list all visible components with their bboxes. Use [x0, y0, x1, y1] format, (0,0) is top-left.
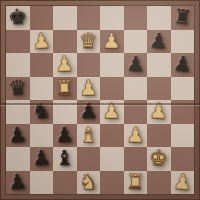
square-h1[interactable]: ♟: [171, 171, 195, 195]
square-b4[interactable]: ♞: [30, 100, 54, 124]
square-b5[interactable]: [30, 77, 54, 101]
square-c6[interactable]: ♟: [53, 53, 77, 77]
black-king[interactable]: ♚: [7, 6, 28, 29]
square-a6[interactable]: [6, 53, 30, 77]
square-d4[interactable]: ♟: [77, 100, 101, 124]
square-g7[interactable]: ♟: [147, 30, 171, 54]
white-pawn[interactable]: ♟: [149, 101, 169, 123]
black-queen[interactable]: ♛: [7, 77, 28, 100]
square-h5[interactable]: [171, 77, 195, 101]
black-pawn[interactable]: ♟: [7, 171, 28, 194]
white-knight[interactable]: ♞: [79, 172, 98, 193]
square-a1[interactable]: ♟: [6, 171, 30, 195]
square-g1[interactable]: [147, 171, 171, 195]
square-a4[interactable]: [6, 100, 30, 124]
white-rook[interactable]: ♜: [125, 171, 145, 193]
square-f8[interactable]: [124, 6, 148, 30]
square-c8[interactable]: [53, 6, 77, 30]
chess-board: ♚♜♟♛♟♟♟♟♟♛♜♟♞♟♟♟♟♟♝♟♟♝♚♟♞♜♟: [6, 6, 194, 194]
square-g2[interactable]: ♚: [147, 147, 171, 171]
square-e8[interactable]: [100, 6, 124, 30]
square-a7[interactable]: [6, 30, 30, 54]
square-e3[interactable]: [100, 124, 124, 148]
white-pawn[interactable]: ♟: [55, 54, 75, 76]
black-pawn[interactable]: ♟: [149, 30, 169, 52]
square-d5[interactable]: ♟: [77, 77, 101, 101]
white-bishop[interactable]: ♝: [79, 125, 98, 146]
square-d6[interactable]: [77, 53, 101, 77]
black-pawn[interactable]: ♟: [7, 124, 28, 147]
square-a8[interactable]: ♚: [6, 6, 30, 30]
square-a5[interactable]: ♛: [6, 77, 30, 101]
square-b1[interactable]: [30, 171, 54, 195]
square-g5[interactable]: [147, 77, 171, 101]
black-pawn[interactable]: ♟: [79, 101, 98, 122]
white-pawn[interactable]: ♟: [102, 31, 121, 52]
white-pawn[interactable]: ♟: [31, 30, 51, 52]
black-knight[interactable]: ♞: [31, 101, 51, 123]
square-h8[interactable]: ♜: [171, 6, 195, 30]
black-pawn[interactable]: ♟: [172, 53, 193, 76]
square-a3[interactable]: ♟: [6, 124, 30, 148]
white-pawn[interactable]: ♟: [102, 101, 121, 122]
white-rook[interactable]: ♜: [55, 77, 75, 99]
square-g4[interactable]: ♟: [147, 100, 171, 124]
square-e7[interactable]: ♟: [100, 30, 124, 54]
square-e1[interactable]: [100, 171, 124, 195]
square-c1[interactable]: [53, 171, 77, 195]
square-g8[interactable]: [147, 6, 171, 30]
square-g6[interactable]: [147, 53, 171, 77]
square-d3[interactable]: ♝: [77, 124, 101, 148]
square-b6[interactable]: [30, 53, 54, 77]
black-pawn[interactable]: ♟: [31, 148, 51, 170]
square-d2[interactable]: [77, 147, 101, 171]
square-b8[interactable]: [30, 6, 54, 30]
square-f7[interactable]: [124, 30, 148, 54]
square-g3[interactable]: [147, 124, 171, 148]
square-h4[interactable]: [171, 100, 195, 124]
white-queen[interactable]: ♛: [79, 31, 98, 52]
square-e6[interactable]: [100, 53, 124, 77]
square-c3[interactable]: ♟: [53, 124, 77, 148]
square-e4[interactable]: ♟: [100, 100, 124, 124]
square-h7[interactable]: [171, 30, 195, 54]
square-c7[interactable]: [53, 30, 77, 54]
black-rook[interactable]: ♜: [172, 6, 193, 29]
white-king[interactable]: ♚: [149, 148, 169, 170]
chessboard-photo: ♚♜♟♛♟♟♟♟♟♛♜♟♞♟♟♟♟♟♝♟♟♝♚♟♞♜♟: [0, 0, 200, 200]
square-c4[interactable]: [53, 100, 77, 124]
square-c5[interactable]: ♜: [53, 77, 77, 101]
square-b3[interactable]: [30, 124, 54, 148]
white-pawn[interactable]: ♟: [172, 171, 193, 194]
square-e5[interactable]: [100, 77, 124, 101]
square-f4[interactable]: [124, 100, 148, 124]
square-f6[interactable]: ♟: [124, 53, 148, 77]
square-d7[interactable]: ♛: [77, 30, 101, 54]
square-f2[interactable]: [124, 147, 148, 171]
square-b2[interactable]: ♟: [30, 147, 54, 171]
square-f1[interactable]: ♜: [124, 171, 148, 195]
square-e2[interactable]: [100, 147, 124, 171]
square-f5[interactable]: [124, 77, 148, 101]
black-bishop[interactable]: ♝: [55, 148, 75, 170]
square-c2[interactable]: ♝: [53, 147, 77, 171]
square-d1[interactable]: ♞: [77, 171, 101, 195]
white-pawn[interactable]: ♟: [125, 124, 145, 146]
white-pawn[interactable]: ♟: [79, 78, 98, 99]
black-pawn[interactable]: ♟: [55, 124, 75, 146]
square-b7[interactable]: ♟: [30, 30, 54, 54]
square-h6[interactable]: ♟: [171, 53, 195, 77]
square-h2[interactable]: [171, 147, 195, 171]
black-pawn[interactable]: ♟: [125, 54, 145, 76]
square-f3[interactable]: ♟: [124, 124, 148, 148]
square-a2[interactable]: [6, 147, 30, 171]
square-h3[interactable]: [171, 124, 195, 148]
square-d8[interactable]: [77, 6, 101, 30]
